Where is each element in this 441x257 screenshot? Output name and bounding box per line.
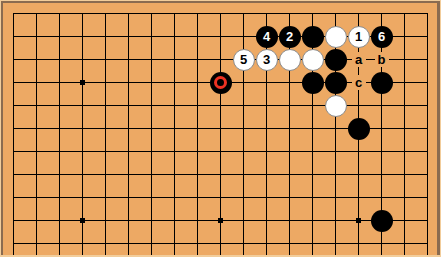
white-stone: 3: [256, 49, 278, 71]
black-stone: [325, 72, 347, 94]
board-point: [2, 25, 25, 48]
board-point: [25, 2, 48, 25]
board-point: [48, 186, 71, 209]
board-point: [370, 163, 393, 186]
black-stone: [348, 118, 370, 140]
circle-mark-icon: [214, 76, 227, 89]
board-point: [25, 25, 48, 48]
board-point: 4: [255, 25, 278, 48]
board-point: [71, 163, 94, 186]
board-point: [117, 140, 140, 163]
board-point: [25, 140, 48, 163]
board-point: [209, 2, 232, 25]
board-point: [209, 25, 232, 48]
board-point: [370, 71, 393, 94]
board-point: [278, 232, 301, 255]
board-point: [393, 117, 416, 140]
board-point: [301, 186, 324, 209]
board-point: 2: [278, 25, 301, 48]
board-point: [301, 232, 324, 255]
board-point: [370, 232, 393, 255]
go-board: 421653abc: [0, 0, 441, 257]
board-point: [186, 163, 209, 186]
board-point: [255, 186, 278, 209]
board-point: [140, 140, 163, 163]
black-stone: [325, 49, 347, 71]
board-point: [416, 94, 439, 117]
board-point: [163, 2, 186, 25]
board-point: [209, 117, 232, 140]
star-point: [356, 218, 361, 223]
board-point: 6: [370, 25, 393, 48]
board-point: [48, 2, 71, 25]
board-point: [186, 209, 209, 232]
board-point: [416, 117, 439, 140]
black-stone: 2: [279, 26, 301, 48]
board-point: [48, 163, 71, 186]
black-stone: [302, 26, 324, 48]
board-point: [324, 186, 347, 209]
board-point: [255, 117, 278, 140]
board-point: [163, 140, 186, 163]
board-point: [347, 140, 370, 163]
black-stone: [371, 72, 393, 94]
board-point: [94, 232, 117, 255]
board-point: [255, 140, 278, 163]
board-point: [370, 186, 393, 209]
board-point: [370, 94, 393, 117]
board-point: [140, 25, 163, 48]
board-point: [186, 94, 209, 117]
board-point: [94, 25, 117, 48]
board-point: [255, 209, 278, 232]
white-stone: [325, 26, 347, 48]
white-stone: [325, 95, 347, 117]
board-point: [232, 209, 255, 232]
board-point: [163, 117, 186, 140]
board-point: [71, 117, 94, 140]
board-point: [347, 94, 370, 117]
board-point: [117, 117, 140, 140]
black-stone: [371, 210, 393, 232]
board-point: [140, 163, 163, 186]
board-point: [301, 140, 324, 163]
board-point: [94, 117, 117, 140]
board-point: [278, 71, 301, 94]
board-point: [209, 209, 232, 232]
board-point: [186, 71, 209, 94]
board-point: [117, 25, 140, 48]
board-point: [2, 209, 25, 232]
board-edge-left-border: [1, 1, 3, 257]
board-point: [71, 186, 94, 209]
board-point: [393, 71, 416, 94]
board-point: [2, 94, 25, 117]
board-point: [71, 71, 94, 94]
board-point: [232, 94, 255, 117]
white-stone: 1: [348, 26, 370, 48]
board-point: [163, 163, 186, 186]
board-point: [94, 140, 117, 163]
board-point: [416, 25, 439, 48]
star-point: [218, 218, 223, 223]
board-point: [48, 48, 71, 71]
move-number: 3: [263, 53, 270, 66]
board-point: [71, 94, 94, 117]
board-edge-top-border: [0, 1, 441, 3]
board-point: [71, 209, 94, 232]
board-point: [48, 209, 71, 232]
board-point: [324, 71, 347, 94]
board-point: [94, 186, 117, 209]
board-point: [324, 209, 347, 232]
board-point: [301, 71, 324, 94]
board-point: [117, 163, 140, 186]
board-point: [140, 94, 163, 117]
board-point: [278, 94, 301, 117]
board-point: [301, 163, 324, 186]
board-point: [324, 117, 347, 140]
point-label-c: c: [352, 75, 366, 90]
white-stone: 5: [233, 49, 255, 71]
board-point: [324, 25, 347, 48]
board-point: [25, 232, 48, 255]
board-point: [232, 117, 255, 140]
board-point: [117, 48, 140, 71]
board-point: [232, 2, 255, 25]
board-point: [140, 2, 163, 25]
move-number: 6: [378, 30, 385, 43]
board-point: [71, 25, 94, 48]
board-point: [163, 25, 186, 48]
black-stone: [302, 72, 324, 94]
board-point: [140, 232, 163, 255]
board-point: [186, 117, 209, 140]
board-point: [416, 209, 439, 232]
board-point: [186, 48, 209, 71]
board-point: 1: [347, 25, 370, 48]
board-point: [163, 186, 186, 209]
black-stone: [210, 72, 232, 94]
board-point: [117, 71, 140, 94]
board-point: [255, 232, 278, 255]
board-point: [393, 163, 416, 186]
board-point: [393, 140, 416, 163]
board-point: [163, 71, 186, 94]
board-point: [347, 232, 370, 255]
board-point: [94, 163, 117, 186]
board-point: [2, 163, 25, 186]
board-point: [416, 163, 439, 186]
board-point: [25, 209, 48, 232]
board-point: [416, 71, 439, 94]
board-point: [347, 209, 370, 232]
board-point: [94, 94, 117, 117]
board-point: [140, 186, 163, 209]
white-stone: [279, 49, 301, 71]
board-point: [25, 48, 48, 71]
board-point: [2, 117, 25, 140]
board-point: [370, 117, 393, 140]
board-point: [209, 94, 232, 117]
board-point: [393, 48, 416, 71]
board-point: [301, 209, 324, 232]
move-number: 2: [286, 30, 293, 43]
board-point: [2, 186, 25, 209]
board-point: [209, 186, 232, 209]
board-point: [324, 140, 347, 163]
board-point: [324, 48, 347, 71]
board-point: [301, 25, 324, 48]
board-point: [232, 71, 255, 94]
board-point: [301, 48, 324, 71]
board-point: [278, 2, 301, 25]
board-point: [48, 232, 71, 255]
board-point: [117, 2, 140, 25]
black-stone: 4: [256, 26, 278, 48]
board-point: [278, 163, 301, 186]
board-point: [301, 94, 324, 117]
board-point: [347, 163, 370, 186]
board-point: [186, 232, 209, 255]
board-point: [163, 209, 186, 232]
board-point: [163, 94, 186, 117]
board-point: [393, 209, 416, 232]
board-point: [324, 94, 347, 117]
board-point: [186, 2, 209, 25]
board-point: [48, 94, 71, 117]
board-point: [232, 25, 255, 48]
board-point: [140, 48, 163, 71]
move-number: 4: [263, 30, 270, 43]
board-point: [232, 140, 255, 163]
board-point: [416, 2, 439, 25]
board-point: [301, 117, 324, 140]
board-point: [2, 71, 25, 94]
board-point: [370, 209, 393, 232]
board-point: [140, 117, 163, 140]
board-point: [416, 48, 439, 71]
board-point: [186, 186, 209, 209]
board-point: [71, 232, 94, 255]
board-point: [2, 48, 25, 71]
board-point: [278, 48, 301, 71]
board-point: [393, 2, 416, 25]
board-point: [278, 186, 301, 209]
board-point: [209, 163, 232, 186]
board-point: [393, 94, 416, 117]
board-point: [347, 2, 370, 25]
board-point: [117, 94, 140, 117]
board-point: [25, 71, 48, 94]
board-point: [255, 2, 278, 25]
board-point: [324, 232, 347, 255]
board-point: [71, 2, 94, 25]
board-point: [71, 140, 94, 163]
board-point: [301, 2, 324, 25]
board-point: [2, 2, 25, 25]
board-point: [25, 94, 48, 117]
board-point: [94, 209, 117, 232]
board-point: [393, 25, 416, 48]
black-stone: 6: [371, 26, 393, 48]
board-point: 5: [232, 48, 255, 71]
board-point: [209, 71, 232, 94]
board-point: [416, 232, 439, 255]
board-point: [324, 2, 347, 25]
board-point: [25, 186, 48, 209]
board-point: [71, 48, 94, 71]
board-point: [186, 140, 209, 163]
board-point: [186, 25, 209, 48]
board-point: [48, 140, 71, 163]
star-point: [80, 218, 85, 223]
board-point: [278, 117, 301, 140]
board-point: [117, 209, 140, 232]
board-point: [25, 117, 48, 140]
board-point: [278, 209, 301, 232]
board-point: [393, 186, 416, 209]
board-point: [140, 71, 163, 94]
board-point: [416, 140, 439, 163]
board-point: c: [347, 71, 370, 94]
move-number: 1: [355, 30, 362, 43]
board-cells: 421653abc: [2, 2, 439, 255]
board-point: [232, 232, 255, 255]
board-point: [25, 163, 48, 186]
board-point: [416, 186, 439, 209]
board-point: [117, 232, 140, 255]
board-point: [209, 48, 232, 71]
board-point: [347, 186, 370, 209]
white-stone: [302, 49, 324, 71]
board-point: [209, 140, 232, 163]
board-point: [163, 232, 186, 255]
board-point: [370, 2, 393, 25]
board-point: [94, 71, 117, 94]
point-label-a: a: [352, 52, 366, 67]
board-point: [94, 48, 117, 71]
board-point: [48, 25, 71, 48]
board-point: [48, 71, 71, 94]
star-point: [80, 80, 85, 85]
board-point: [255, 94, 278, 117]
board-point: [347, 117, 370, 140]
board-point: [393, 232, 416, 255]
board-point: [48, 117, 71, 140]
board-point: 3: [255, 48, 278, 71]
move-number: 5: [240, 53, 247, 66]
board-point: [163, 48, 186, 71]
board-point: [255, 71, 278, 94]
board-point: [2, 232, 25, 255]
board-point: [278, 140, 301, 163]
board-point: [370, 140, 393, 163]
board-point: [2, 140, 25, 163]
board-point: a: [347, 48, 370, 71]
board-point: [232, 186, 255, 209]
board-point: [94, 2, 117, 25]
board-point: [232, 163, 255, 186]
board-point: b: [370, 48, 393, 71]
board-point: [324, 163, 347, 186]
board-point: [209, 232, 232, 255]
board-point: [140, 209, 163, 232]
point-label-b: b: [375, 52, 389, 67]
board-point: [117, 186, 140, 209]
board-point: [255, 163, 278, 186]
